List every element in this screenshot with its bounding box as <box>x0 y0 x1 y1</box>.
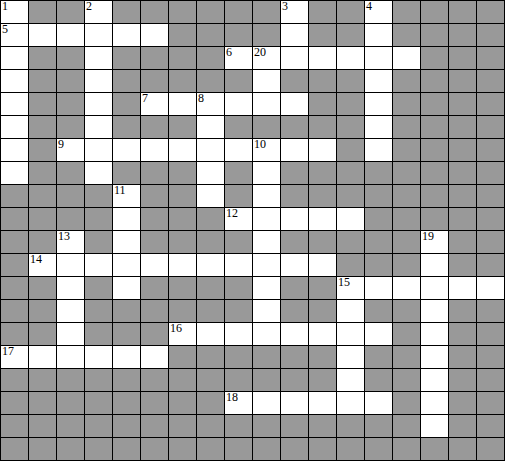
blocked-cell <box>449 392 476 414</box>
blocked-cell <box>1 185 28 207</box>
letter-cell[interactable] <box>281 323 308 345</box>
letter-cell[interactable] <box>57 323 84 345</box>
blocked-cell <box>197 369 224 391</box>
blocked-cell <box>113 369 140 391</box>
blocked-cell <box>169 1 196 23</box>
blocked-cell <box>141 231 168 253</box>
letter-cell[interactable] <box>85 139 112 161</box>
blocked-cell <box>449 369 476 391</box>
blocked-cell <box>225 300 252 322</box>
blocked-cell <box>141 185 168 207</box>
letter-cell[interactable] <box>197 323 224 345</box>
letter-cell[interactable] <box>85 116 112 138</box>
letter-cell[interactable] <box>421 415 448 437</box>
blocked-cell <box>449 116 476 138</box>
blocked-cell <box>449 231 476 253</box>
letter-cell[interactable] <box>281 139 308 161</box>
blocked-cell <box>57 208 84 230</box>
blocked-cell <box>225 346 252 368</box>
blocked-cell <box>169 24 196 46</box>
clue-number: 12 <box>226 207 238 220</box>
blocked-cell <box>365 300 392 322</box>
letter-cell[interactable] <box>141 24 168 46</box>
letter-cell[interactable] <box>337 369 364 391</box>
blocked-cell <box>57 438 84 460</box>
blocked-cell <box>337 24 364 46</box>
blocked-cell <box>197 1 224 23</box>
blocked-cell <box>169 70 196 92</box>
blocked-cell <box>281 369 308 391</box>
letter-cell[interactable] <box>365 116 392 138</box>
letter-cell[interactable] <box>113 231 140 253</box>
letter-cell[interactable] <box>365 70 392 92</box>
blocked-cell <box>29 116 56 138</box>
letter-cell[interactable] <box>337 323 364 345</box>
blocked-cell <box>225 1 252 23</box>
blocked-cell <box>281 438 308 460</box>
letter-cell[interactable] <box>393 47 420 69</box>
blocked-cell <box>113 392 140 414</box>
blocked-cell <box>141 392 168 414</box>
blocked-cell <box>309 24 336 46</box>
blocked-cell <box>477 346 504 368</box>
blocked-cell <box>477 24 504 46</box>
letter-cell[interactable] <box>113 24 140 46</box>
letter-cell[interactable]: 7 <box>141 93 168 115</box>
clue-number: 11 <box>114 184 126 197</box>
letter-cell[interactable] <box>365 323 392 345</box>
blocked-cell <box>421 93 448 115</box>
blocked-cell <box>57 185 84 207</box>
blocked-cell <box>393 369 420 391</box>
blocked-cell <box>365 438 392 460</box>
letter-cell[interactable] <box>365 392 392 414</box>
blocked-cell <box>393 415 420 437</box>
letter-cell[interactable] <box>113 254 140 276</box>
blocked-cell <box>169 47 196 69</box>
letter-cell[interactable] <box>309 254 336 276</box>
letter-cell[interactable] <box>141 254 168 276</box>
letter-cell[interactable]: 1 <box>1 1 28 23</box>
letter-cell[interactable] <box>85 346 112 368</box>
blocked-cell <box>281 231 308 253</box>
letter-cell[interactable] <box>421 300 448 322</box>
letter-cell[interactable] <box>421 254 448 276</box>
blocked-cell <box>113 116 140 138</box>
blocked-cell <box>29 415 56 437</box>
letter-cell[interactable] <box>1 162 28 184</box>
blocked-cell <box>309 1 336 23</box>
blocked-cell <box>365 162 392 184</box>
clue-number: 9 <box>58 138 64 151</box>
letter-cell[interactable] <box>225 93 252 115</box>
letter-cell[interactable] <box>253 231 280 253</box>
blocked-cell <box>169 300 196 322</box>
letter-cell[interactable] <box>281 208 308 230</box>
letter-cell[interactable]: 19 <box>421 231 448 253</box>
letter-cell[interactable] <box>337 208 364 230</box>
letter-cell[interactable] <box>337 392 364 414</box>
letter-cell[interactable] <box>85 254 112 276</box>
letter-cell[interactable] <box>57 346 84 368</box>
blocked-cell <box>169 369 196 391</box>
letter-cell[interactable]: 13 <box>57 231 84 253</box>
letter-cell[interactable] <box>365 277 392 299</box>
blocked-cell <box>57 415 84 437</box>
blocked-cell <box>449 162 476 184</box>
blocked-cell <box>113 70 140 92</box>
letter-cell[interactable] <box>57 277 84 299</box>
blocked-cell <box>85 185 112 207</box>
blocked-cell <box>337 415 364 437</box>
blocked-cell <box>337 93 364 115</box>
blocked-cell <box>309 70 336 92</box>
letter-cell[interactable] <box>449 277 476 299</box>
letter-cell[interactable] <box>29 24 56 46</box>
blocked-cell <box>309 369 336 391</box>
blocked-cell <box>393 438 420 460</box>
blocked-cell <box>1 369 28 391</box>
blocked-cell <box>253 415 280 437</box>
letter-cell[interactable] <box>57 254 84 276</box>
letter-cell[interactable] <box>1 93 28 115</box>
blocked-cell <box>85 300 112 322</box>
letter-cell[interactable] <box>253 70 280 92</box>
blocked-cell <box>197 70 224 92</box>
blocked-cell <box>113 47 140 69</box>
letter-cell[interactable] <box>113 208 140 230</box>
clue-number: 5 <box>2 23 8 36</box>
letter-cell[interactable] <box>337 47 364 69</box>
blocked-cell <box>449 70 476 92</box>
blocked-cell <box>85 231 112 253</box>
blocked-cell <box>449 415 476 437</box>
blocked-cell <box>449 185 476 207</box>
blocked-cell <box>141 323 168 345</box>
letter-cell[interactable] <box>85 47 112 69</box>
letter-cell[interactable] <box>1 139 28 161</box>
letter-cell[interactable] <box>197 139 224 161</box>
blocked-cell <box>281 185 308 207</box>
blocked-cell <box>225 438 252 460</box>
blocked-cell <box>225 162 252 184</box>
letter-cell[interactable] <box>365 24 392 46</box>
blocked-cell <box>197 24 224 46</box>
letter-cell[interactable] <box>169 93 196 115</box>
blocked-cell <box>29 438 56 460</box>
blocked-cell <box>197 438 224 460</box>
blocked-cell <box>337 254 364 276</box>
letter-cell[interactable] <box>309 392 336 414</box>
blocked-cell <box>309 438 336 460</box>
blocked-cell <box>449 93 476 115</box>
blocked-cell <box>253 346 280 368</box>
letter-cell[interactable] <box>365 93 392 115</box>
letter-cell[interactable]: 6 <box>225 47 252 69</box>
blocked-cell <box>57 392 84 414</box>
blocked-cell <box>477 116 504 138</box>
letter-cell[interactable] <box>85 93 112 115</box>
letter-cell[interactable]: 12 <box>225 208 252 230</box>
clue-number: 6 <box>226 46 232 59</box>
blocked-cell <box>1 323 28 345</box>
blocked-cell <box>1 300 28 322</box>
blocked-cell <box>197 208 224 230</box>
blocked-cell <box>337 185 364 207</box>
letter-cell[interactable] <box>85 24 112 46</box>
blocked-cell <box>29 139 56 161</box>
clue-number: 8 <box>198 92 204 105</box>
blocked-cell <box>421 70 448 92</box>
blocked-cell <box>197 392 224 414</box>
blocked-cell <box>477 415 504 437</box>
letter-cell[interactable] <box>225 254 252 276</box>
blocked-cell <box>85 438 112 460</box>
blocked-cell <box>393 93 420 115</box>
clue-number: 19 <box>422 230 434 243</box>
blocked-cell <box>337 116 364 138</box>
blocked-cell <box>449 47 476 69</box>
blocked-cell <box>449 24 476 46</box>
letter-cell[interactable] <box>337 300 364 322</box>
blocked-cell <box>29 231 56 253</box>
letter-cell[interactable] <box>477 277 504 299</box>
blocked-cell <box>1 231 28 253</box>
blocked-cell <box>197 47 224 69</box>
blocked-cell <box>309 185 336 207</box>
blocked-cell <box>29 93 56 115</box>
letter-cell[interactable] <box>197 254 224 276</box>
blocked-cell <box>141 438 168 460</box>
letter-cell[interactable]: 17 <box>1 346 28 368</box>
blocked-cell <box>477 392 504 414</box>
blocked-cell <box>477 139 504 161</box>
blocked-cell <box>337 1 364 23</box>
clue-number: 20 <box>254 46 266 59</box>
clue-number: 1 <box>2 0 8 13</box>
blocked-cell <box>281 162 308 184</box>
letter-cell[interactable]: 2 <box>85 1 112 23</box>
letter-cell[interactable] <box>225 323 252 345</box>
letter-cell[interactable] <box>281 254 308 276</box>
blocked-cell <box>477 323 504 345</box>
blocked-cell <box>309 162 336 184</box>
blocked-cell <box>421 24 448 46</box>
letter-cell[interactable] <box>85 162 112 184</box>
letter-cell[interactable] <box>29 346 56 368</box>
letter-cell[interactable] <box>197 185 224 207</box>
blocked-cell <box>141 1 168 23</box>
blocked-cell <box>57 116 84 138</box>
letter-cell[interactable] <box>393 277 420 299</box>
blocked-cell <box>337 438 364 460</box>
blocked-cell <box>477 93 504 115</box>
letter-cell[interactable] <box>365 47 392 69</box>
blocked-cell <box>449 208 476 230</box>
blocked-cell <box>421 116 448 138</box>
letter-cell[interactable] <box>309 323 336 345</box>
letter-cell[interactable] <box>421 392 448 414</box>
letter-cell[interactable] <box>113 139 140 161</box>
blocked-cell <box>449 346 476 368</box>
letter-cell[interactable]: 9 <box>57 139 84 161</box>
letter-cell[interactable]: 5 <box>1 24 28 46</box>
letter-cell[interactable] <box>169 254 196 276</box>
blocked-cell <box>169 208 196 230</box>
letter-cell[interactable]: 20 <box>253 47 280 69</box>
blocked-cell <box>85 323 112 345</box>
blocked-cell <box>393 1 420 23</box>
letter-cell[interactable] <box>1 47 28 69</box>
blocked-cell <box>393 300 420 322</box>
blocked-cell <box>85 369 112 391</box>
letter-cell[interactable] <box>365 139 392 161</box>
letter-cell[interactable] <box>253 185 280 207</box>
clue-number: 7 <box>142 92 148 105</box>
blocked-cell <box>1 415 28 437</box>
blocked-cell <box>225 70 252 92</box>
letter-cell[interactable]: 15 <box>337 277 364 299</box>
letter-cell[interactable]: 16 <box>169 323 196 345</box>
blocked-cell <box>141 70 168 92</box>
clue-number: 17 <box>2 345 14 358</box>
letter-cell[interactable] <box>57 24 84 46</box>
blocked-cell <box>477 1 504 23</box>
blocked-cell <box>141 162 168 184</box>
blocked-cell <box>1 277 28 299</box>
blocked-cell <box>29 277 56 299</box>
blocked-cell <box>141 208 168 230</box>
blocked-cell <box>477 185 504 207</box>
letter-cell[interactable] <box>253 93 280 115</box>
letter-cell[interactable] <box>337 346 364 368</box>
letter-cell[interactable] <box>225 139 252 161</box>
letter-cell[interactable] <box>281 93 308 115</box>
blocked-cell <box>169 231 196 253</box>
blocked-cell <box>309 93 336 115</box>
clue-number: 18 <box>226 391 238 404</box>
letter-cell[interactable] <box>253 208 280 230</box>
blocked-cell <box>169 438 196 460</box>
blocked-cell <box>225 415 252 437</box>
blocked-cell <box>365 185 392 207</box>
blocked-cell <box>477 47 504 69</box>
blocked-cell <box>393 323 420 345</box>
blocked-cell <box>421 139 448 161</box>
blocked-cell <box>1 392 28 414</box>
letter-cell[interactable]: 8 <box>197 93 224 115</box>
blocked-cell <box>225 24 252 46</box>
blocked-cell <box>421 208 448 230</box>
clue-number: 16 <box>170 322 182 335</box>
letter-cell[interactable] <box>141 346 168 368</box>
letter-cell[interactable] <box>57 300 84 322</box>
letter-cell[interactable] <box>169 139 196 161</box>
letter-cell[interactable] <box>309 47 336 69</box>
blocked-cell <box>393 346 420 368</box>
letter-cell[interactable] <box>253 300 280 322</box>
letter-cell[interactable] <box>421 277 448 299</box>
blocked-cell <box>477 231 504 253</box>
letter-cell[interactable] <box>281 47 308 69</box>
clue-number: 10 <box>254 138 266 151</box>
blocked-cell <box>449 254 476 276</box>
letter-cell[interactable] <box>253 277 280 299</box>
blocked-cell <box>393 392 420 414</box>
blocked-cell <box>197 300 224 322</box>
blocked-cell <box>1 438 28 460</box>
blocked-cell <box>57 1 84 23</box>
letter-cell[interactable] <box>421 323 448 345</box>
letter-cell[interactable] <box>113 277 140 299</box>
letter-cell[interactable] <box>253 392 280 414</box>
letter-cell[interactable] <box>309 208 336 230</box>
blocked-cell <box>29 323 56 345</box>
blocked-cell <box>477 208 504 230</box>
clue-number: 14 <box>30 253 42 266</box>
letter-cell[interactable]: 10 <box>253 139 280 161</box>
letter-cell[interactable]: 18 <box>225 392 252 414</box>
blocked-cell <box>141 47 168 69</box>
clue-number: 3 <box>282 0 288 13</box>
blocked-cell <box>281 70 308 92</box>
blocked-cell <box>169 277 196 299</box>
blocked-cell <box>141 277 168 299</box>
letter-cell[interactable]: 11 <box>113 185 140 207</box>
letter-cell[interactable]: 4 <box>365 1 392 23</box>
blocked-cell <box>421 1 448 23</box>
blocked-cell <box>113 93 140 115</box>
blocked-cell <box>85 277 112 299</box>
letter-cell[interactable] <box>1 70 28 92</box>
letter-cell[interactable] <box>253 254 280 276</box>
letter-cell[interactable] <box>197 162 224 184</box>
letter-cell[interactable] <box>113 346 140 368</box>
letter-cell[interactable] <box>309 139 336 161</box>
letter-cell[interactable] <box>197 116 224 138</box>
blocked-cell <box>169 392 196 414</box>
blocked-cell <box>281 277 308 299</box>
blocked-cell <box>57 70 84 92</box>
blocked-cell <box>169 185 196 207</box>
blocked-cell <box>141 415 168 437</box>
letter-cell[interactable] <box>1 116 28 138</box>
letter-cell[interactable] <box>253 162 280 184</box>
blocked-cell <box>421 438 448 460</box>
blocked-cell <box>29 162 56 184</box>
letter-cell[interactable] <box>253 323 280 345</box>
blocked-cell <box>365 346 392 368</box>
blocked-cell <box>281 116 308 138</box>
blocked-cell <box>1 254 28 276</box>
letter-cell[interactable] <box>281 24 308 46</box>
letter-cell[interactable]: 14 <box>29 254 56 276</box>
letter-cell[interactable] <box>141 139 168 161</box>
blocked-cell <box>393 185 420 207</box>
letter-cell[interactable] <box>421 369 448 391</box>
blocked-cell <box>141 300 168 322</box>
blocked-cell <box>113 162 140 184</box>
blocked-cell <box>393 254 420 276</box>
letter-cell[interactable]: 3 <box>281 1 308 23</box>
letter-cell[interactable] <box>85 70 112 92</box>
blocked-cell <box>449 139 476 161</box>
blocked-cell <box>309 231 336 253</box>
blocked-cell <box>449 438 476 460</box>
letter-cell[interactable] <box>281 392 308 414</box>
letter-cell[interactable] <box>421 346 448 368</box>
crossword-grid: 1234562078910111213191415161718 <box>0 0 505 461</box>
